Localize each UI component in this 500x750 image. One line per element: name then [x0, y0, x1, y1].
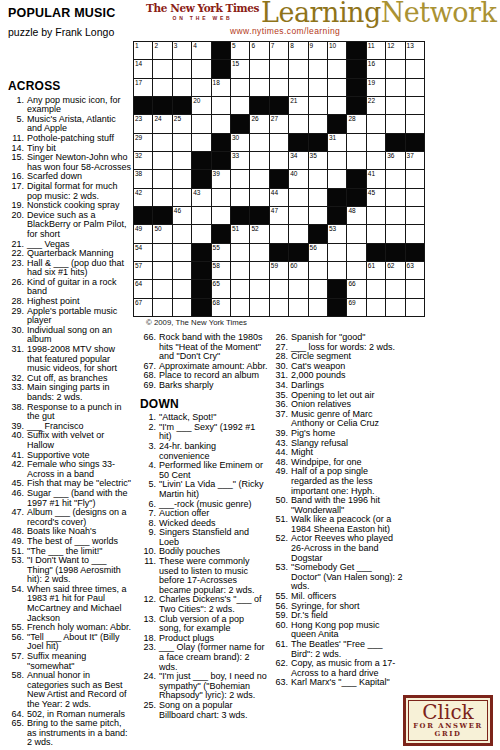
- clue-number: 69.: [140, 381, 159, 391]
- puzzle-title: POPULAR MUSIC: [8, 6, 115, 20]
- cell-number: 32: [135, 152, 142, 159]
- grid-cell: 4: [192, 42, 211, 60]
- cell-number: 35: [310, 152, 317, 159]
- grid-cell: 23: [134, 115, 153, 133]
- down-heading: DOWN: [140, 400, 268, 410]
- cell-number: 58: [213, 262, 220, 269]
- grid-cell: 34: [289, 152, 308, 170]
- grid-cell: 66: [347, 280, 366, 298]
- clue-number: 33.: [8, 383, 27, 402]
- grid-cell: 1: [134, 42, 153, 60]
- clue-number: 50.: [272, 496, 291, 515]
- black-square: [289, 134, 308, 152]
- cell-number: 26: [251, 115, 258, 122]
- clue-number: 11.: [140, 557, 159, 595]
- grid-cell: 14: [134, 60, 153, 78]
- grid-cell: [367, 280, 386, 298]
- clue-number: 46.: [8, 489, 27, 508]
- clue-text: Device such as a BlackBerry or Palm Pilo…: [27, 211, 132, 240]
- grid-cell: [289, 207, 308, 225]
- clue-down-61: 61.The Beatles' "Free ___ Bird": 2 wds.: [272, 640, 403, 659]
- grid-cell: 41: [367, 170, 386, 188]
- grid-cell: [192, 79, 211, 97]
- clue-number: 66.: [140, 333, 159, 362]
- grid-cell: [406, 170, 425, 188]
- grid-cell: [328, 60, 347, 78]
- grid-cell: [386, 225, 405, 243]
- clue-text: When said three times, a 1983 #1 hit for…: [27, 585, 132, 623]
- grid-cell: [347, 134, 366, 152]
- grid-cell: 64: [134, 280, 153, 298]
- cell-number: 36: [387, 152, 394, 159]
- clue-down-5: 5."Livin' La Vida ___" (Ricky Martin hit…: [140, 480, 268, 499]
- black-square: [406, 134, 425, 152]
- clue-number: 31.: [8, 345, 27, 374]
- cell-number: 29: [135, 134, 142, 141]
- grid-cell: 5: [231, 42, 250, 60]
- grid-cell: 29: [134, 134, 153, 152]
- grid-cell: [270, 280, 289, 298]
- clue-text: Half of a pop single regarded as the les…: [291, 467, 403, 496]
- grid-cell: 20: [192, 97, 211, 115]
- black-square: [328, 115, 347, 133]
- clue-across-46: 46.Sugar ___ (band with the 1997 #1 hit …: [8, 489, 132, 508]
- grid-cell: 68: [212, 299, 231, 317]
- black-square: [192, 152, 211, 170]
- clue-down-23: 23.___ Olay (former name for a face crea…: [140, 643, 268, 672]
- clue-across-15: 15.Singer Newton-John who has won four 5…: [8, 153, 132, 172]
- clue-down-9: 9.Singers Stansfield and Loeb: [140, 528, 268, 547]
- grid-cell: 56: [309, 244, 328, 262]
- clue-number: 53.: [8, 556, 27, 585]
- answer-button-grid-label: GRID: [435, 730, 462, 738]
- black-square: [212, 225, 231, 243]
- black-square: [347, 189, 366, 207]
- clue-down-3: 3.24-hr. banking convenience: [140, 442, 268, 461]
- cell-number: 38: [135, 170, 142, 177]
- grid-cell: [328, 79, 347, 97]
- clue-text: Suffix meaning "somewhat": [27, 652, 132, 671]
- grid-cell: [212, 189, 231, 207]
- grid-cell: 30: [231, 134, 250, 152]
- black-square: [367, 244, 386, 262]
- answer-grid-button[interactable]: Click FOR ANSWER GRID: [403, 695, 493, 746]
- grid-cell: 52: [250, 225, 269, 243]
- cell-number: 13: [407, 42, 414, 49]
- grid-cell: [289, 79, 308, 97]
- grid-cell: [386, 207, 405, 225]
- clue-across-31: 31.1998-2008 MTV show that featured popu…: [8, 345, 132, 374]
- cell-number: 7: [271, 42, 275, 49]
- grid-cell: [347, 152, 366, 170]
- across-heading: ACROSS: [8, 82, 132, 92]
- grid-cell: [386, 299, 405, 317]
- cell-number: 17: [135, 79, 142, 86]
- black-square: [212, 152, 231, 170]
- grid-cell: 36: [386, 152, 405, 170]
- clue-text: Singers Stansfield and Loeb: [159, 528, 268, 547]
- black-square: [328, 189, 347, 207]
- cell-number: 61: [368, 262, 375, 269]
- black-square: [153, 207, 172, 225]
- clue-number: 29.: [8, 307, 27, 326]
- cell-number: 51: [232, 225, 239, 232]
- cell-number: 8: [290, 42, 294, 49]
- grid-cell: 25: [173, 115, 192, 133]
- clue-text: Hall & ___ (pop duo that had six #1 hits…: [27, 259, 132, 278]
- grid-cell: [367, 207, 386, 225]
- clue-text: The Beatles' "Free ___ Bird": 2 wds.: [291, 640, 403, 659]
- clue-number: 2.: [140, 423, 159, 442]
- clue-text: 1998-2008 MTV show that featured popular…: [27, 345, 132, 374]
- grid-cell: [192, 225, 211, 243]
- clue-across-65: 65.Bring to the same pitch, as instrumen…: [8, 719, 132, 748]
- grid-cell: [309, 115, 328, 133]
- cell-number: 21: [290, 97, 297, 104]
- grid-cell: [192, 60, 211, 78]
- clue-text: Music genre of Marc Anthony or Celia Cru…: [291, 410, 403, 429]
- grid-cell: [386, 97, 405, 115]
- grid-cell: [386, 170, 405, 188]
- clue-across-30: 30.Individual song on an album: [8, 326, 132, 345]
- black-square: [347, 170, 366, 188]
- grid-cell: [309, 207, 328, 225]
- grid-cell: [328, 170, 347, 188]
- black-square: [347, 60, 366, 78]
- grid-cell: 31: [328, 134, 347, 152]
- grid-cell: [328, 244, 347, 262]
- black-square: [134, 207, 153, 225]
- cell-number: 28: [348, 115, 355, 122]
- clue-number: 17.: [8, 182, 27, 201]
- cell-number: 45: [368, 189, 375, 196]
- grid-cell: [347, 262, 366, 280]
- grid-cell: [406, 79, 425, 97]
- black-square: [347, 79, 366, 97]
- clue-down-62: 62.Copy, as music from a 17-Across to a …: [272, 659, 403, 678]
- grid-cell: [250, 299, 269, 317]
- black-square: [328, 207, 347, 225]
- black-square: [386, 244, 405, 262]
- cell-number: 18: [213, 79, 220, 86]
- grid-cell: 38: [134, 170, 153, 188]
- black-square: [192, 280, 211, 298]
- cell-number: 15: [232, 60, 239, 67]
- clue-text: Barks sharply: [159, 381, 268, 391]
- clue-down-53: 53."Somebody Get ___ Doctor" (Van Halen …: [272, 563, 403, 592]
- clue-text: Any pop music icon, for example: [27, 96, 132, 115]
- clue-number: 49.: [272, 467, 291, 496]
- clue-number: 54.: [8, 585, 27, 623]
- clue-text: Hong Kong pop music queen Anita: [291, 621, 403, 640]
- black-square: [173, 97, 192, 115]
- clue-down-13: 13.Club version of a pop song, for examp…: [140, 615, 268, 634]
- clue-text: Charles Dickens's "___ of Two Cities": 2…: [159, 595, 268, 614]
- grid-cell: 45: [367, 189, 386, 207]
- clue-text: Club version of a pop song, for example: [159, 615, 268, 634]
- clue-across-20: 20.Device such as a BlackBerry or Palm P…: [8, 211, 132, 240]
- grid-cell: 28: [347, 115, 366, 133]
- grid-cell: [270, 79, 289, 97]
- nyt-logo-block: The New York Times ON THE WEB: [146, 3, 259, 21]
- clue-number: 61.: [272, 640, 291, 659]
- grid-cell: [231, 244, 250, 262]
- grid-cell: [406, 60, 425, 78]
- answer-button-for-answer-label: FOR ANSWER: [413, 722, 483, 730]
- grid-cell: [289, 189, 308, 207]
- clue-across-33: 33.Main singing parts in bands: 2 wds.: [8, 383, 132, 402]
- grid-cell: [270, 225, 289, 243]
- clue-across-5: 5.Music's Arista, Atlantic and Apple: [8, 115, 132, 134]
- clue-across-40: 40.Suffix with velvet or Hallow: [8, 431, 132, 450]
- grid-cell: [367, 225, 386, 243]
- clue-text: Main singing parts in bands: 2 wds.: [27, 383, 132, 402]
- cell-number: 44: [271, 189, 278, 196]
- cell-number: 6: [251, 42, 255, 49]
- cell-number: 50: [154, 225, 161, 232]
- clue-number: 24.: [140, 672, 159, 701]
- cell-number: 60: [290, 262, 297, 269]
- grid-cell: [309, 60, 328, 78]
- black-square: [270, 244, 289, 262]
- puzzle-byline: puzzle by Frank Longo: [8, 26, 114, 38]
- cell-number: 22: [368, 97, 375, 104]
- clue-number: 26.: [8, 278, 27, 297]
- clue-text: "Somebody Get ___ Doctor" (Van Halen son…: [291, 563, 403, 592]
- black-square: [231, 115, 250, 133]
- clue-number: 57.: [8, 652, 27, 671]
- cell-number: 2: [154, 42, 158, 49]
- clue-down-11: 11.These were commonly used to listen to…: [140, 557, 268, 595]
- grid-cell: [347, 244, 366, 262]
- clue-number: 60.: [272, 621, 291, 640]
- clue-text: Sugar ___ (band with the 1997 #1 hit "Fl…: [27, 489, 132, 508]
- grid-cell: 33: [231, 152, 250, 170]
- clue-down-52: 52.Actor Reeves who played 26-Across in …: [272, 534, 403, 563]
- grid-cell: [328, 262, 347, 280]
- grid-cell: [406, 189, 425, 207]
- clue-text: Copy, as music from a 17-Across to a har…: [291, 659, 403, 678]
- grid-cell: [328, 97, 347, 115]
- clue-across-29: 29.Apple's portable music player: [8, 307, 132, 326]
- clue-text: Song on a popular Billboard chart: 3 wds…: [159, 701, 268, 720]
- grid-cell: 44: [270, 189, 289, 207]
- grid-cell: 51: [231, 225, 250, 243]
- grid-cell: 63: [406, 262, 425, 280]
- grid-cell: [153, 280, 172, 298]
- cell-number: 63: [407, 262, 414, 269]
- grid-cell: [406, 115, 425, 133]
- grid-cell: 21: [289, 97, 308, 115]
- grid-cell: 15: [231, 60, 250, 78]
- grid-cell: [173, 134, 192, 152]
- black-square: [212, 42, 231, 60]
- grid-cell: [406, 225, 425, 243]
- grid-cell: 18: [212, 79, 231, 97]
- grid-cell: [367, 299, 386, 317]
- cell-number: 56: [310, 244, 317, 251]
- grid-cell: 39: [212, 170, 231, 188]
- grid-cell: [153, 60, 172, 78]
- clue-across-57: 57.Suffix meaning "somewhat": [8, 652, 132, 671]
- clue-number: 30.: [8, 326, 27, 345]
- grid-cell: [173, 244, 192, 262]
- clue-across-56: 56."Tell ___ About It" (Billy Joel hit): [8, 633, 132, 652]
- grid-cell: [406, 97, 425, 115]
- grid-cell: [250, 262, 269, 280]
- grid-cell: 13: [406, 42, 425, 60]
- cell-number: 53: [329, 225, 336, 232]
- cell-number: 48: [348, 207, 355, 214]
- grid-cell: [270, 152, 289, 170]
- clue-text: Band with the 1996 hit "Wonderwall": [291, 496, 403, 515]
- grid-cell: [309, 189, 328, 207]
- clue-number: 5.: [8, 115, 27, 134]
- cell-number: 66: [348, 280, 355, 287]
- nyt-wordmark: The New York Times: [146, 3, 259, 14]
- grid-cell: [173, 79, 192, 97]
- black-square: [347, 97, 366, 115]
- grid-cell: [192, 115, 211, 133]
- grid-cell: 6: [250, 42, 269, 60]
- grid-cell: [153, 244, 172, 262]
- clue-text: Performed like Eminem or 50 Cent: [159, 461, 268, 480]
- grid-cell: [153, 262, 172, 280]
- grid-cell: [231, 299, 250, 317]
- clue-text: Karl Marx's "___ Kapital": [291, 678, 403, 688]
- clue-across-69: 69.Barks sharply: [140, 381, 268, 391]
- grid-cell: 12: [386, 42, 405, 60]
- grid-cell: 42: [134, 189, 153, 207]
- learning-word: Learning: [261, 0, 381, 28]
- grid-cell: 3: [173, 42, 192, 60]
- grid-cell: [250, 170, 269, 188]
- clue-across-66: 66.Rock band with the 1980s hits "Heat o…: [140, 333, 268, 362]
- cell-number: 31: [329, 134, 336, 141]
- grid-cell: [153, 170, 172, 188]
- grid-cell: [386, 280, 405, 298]
- grid-cell: 37: [406, 152, 425, 170]
- grid-cell: 59: [270, 262, 289, 280]
- grid-cell: 49: [134, 225, 153, 243]
- clue-across-58: 58.Annual honor in categories such as Be…: [8, 671, 132, 709]
- cell-number: 65: [213, 280, 220, 287]
- grid-cell: [173, 225, 192, 243]
- clue-number: 15.: [8, 153, 27, 172]
- cell-number: 40: [290, 170, 297, 177]
- cell-number: 68: [213, 299, 220, 306]
- grid-cell: [173, 262, 192, 280]
- clue-down-2: 2."I'm ___ Sexy" (1992 #1 hit): [140, 423, 268, 442]
- cell-number: 19: [368, 79, 375, 86]
- grid-cell: [406, 207, 425, 225]
- grid-cell: [289, 280, 308, 298]
- grid-cell: [231, 97, 250, 115]
- grid-cell: [406, 280, 425, 298]
- cell-number: 9: [310, 42, 314, 49]
- grid-cell: 50: [153, 225, 172, 243]
- black-square: [134, 97, 153, 115]
- clue-text: 24-hr. banking convenience: [159, 442, 268, 461]
- clue-text: "I Don't Want to ___ Thing" (1998 Aerosm…: [27, 556, 132, 585]
- grid-cell: [212, 115, 231, 133]
- cell-number: 27: [271, 115, 278, 122]
- grid-cell: 58: [212, 262, 231, 280]
- grid-cell: [250, 244, 269, 262]
- clue-down-50: 50.Band with the 1996 hit "Wonderwall": [272, 496, 403, 515]
- clue-text: "Tell ___ About It" (Billy Joel hit): [27, 633, 132, 652]
- grid-cell: [231, 280, 250, 298]
- grid-cell: [212, 97, 231, 115]
- clue-number: 42.: [8, 460, 27, 479]
- grid-cell: 27: [270, 115, 289, 133]
- black-square: [328, 280, 347, 298]
- cell-number: 37: [407, 152, 414, 159]
- cell-number: 46: [174, 207, 181, 214]
- grid-cell: 61: [367, 262, 386, 280]
- clue-text: "I'm ___ Sexy" (1992 #1 hit): [159, 423, 268, 442]
- on-the-web-label: ON THE WEB: [146, 15, 259, 21]
- grid-cell: [173, 152, 192, 170]
- black-square: [386, 134, 405, 152]
- grid-cell: 54: [134, 244, 153, 262]
- cell-number: 34: [290, 152, 297, 159]
- clue-number: 12.: [140, 595, 159, 614]
- grid-cell: [153, 134, 172, 152]
- grid-cell: [212, 207, 231, 225]
- grid-cell: 10: [328, 42, 347, 60]
- clue-number: 1.: [8, 96, 27, 115]
- grid-cell: [231, 170, 250, 188]
- clue-across-1: 1.Any pop music icon, for example: [8, 96, 132, 115]
- clue-number: 63.: [272, 678, 291, 688]
- grid-cell: [386, 189, 405, 207]
- grid-cell: [289, 225, 308, 243]
- grid-cell: [309, 170, 328, 188]
- cell-number: 1: [135, 42, 139, 49]
- grid-cell: [231, 79, 250, 97]
- cell-number: 25: [174, 115, 181, 122]
- cell-number: 3: [174, 42, 178, 49]
- black-square: [212, 60, 231, 78]
- clue-down-63: 63.Karl Marx's "___ Kapital": [272, 678, 403, 688]
- clue-text: ___ Olay (former name for a face cream b…: [159, 643, 268, 672]
- clue-text: Suffix with velvet or Hallow: [27, 431, 132, 450]
- cell-number: 41: [368, 170, 375, 177]
- cell-number: 20: [193, 97, 200, 104]
- grid-cell: [309, 97, 328, 115]
- grid-cell: [289, 115, 308, 133]
- clue-number: 65.: [8, 719, 27, 748]
- clue-number: 25.: [140, 701, 159, 720]
- clue-text: Actor Reeves who played 26-Across in the…: [291, 534, 403, 563]
- cell-number: 55: [213, 244, 220, 251]
- black-square: [289, 244, 308, 262]
- clue-down-60: 60.Hong Kong pop music queen Anita: [272, 621, 403, 640]
- cell-number: 69: [348, 299, 355, 306]
- grid-cell: [192, 134, 211, 152]
- clue-across-38: 38.Response to a punch in the gut: [8, 403, 132, 422]
- black-square: [309, 134, 328, 152]
- clue-text: Individual song on an album: [27, 326, 132, 345]
- grid-cell: [367, 115, 386, 133]
- clue-number: 13.: [140, 615, 159, 634]
- clue-number: 62.: [272, 659, 291, 678]
- clue-across-42: 42.Female who sings 33-Across in a band: [8, 460, 132, 479]
- grid-cell: 2: [153, 42, 172, 60]
- black-square: [347, 42, 366, 60]
- grid-cell: 62: [386, 262, 405, 280]
